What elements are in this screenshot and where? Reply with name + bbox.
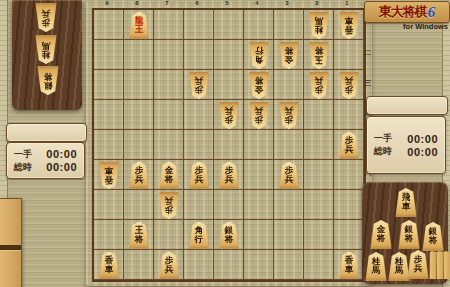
tatami-background: 龍王桂馬香車角行金将玉将歩兵金将歩兵歩兵歩兵歩兵歩兵歩兵香車歩兵金将歩兵歩兵歩兵… [0,0,450,287]
square-3-9[interactable] [274,250,304,280]
square-3-5[interactable] [274,130,304,160]
piece-box [0,198,22,287]
board-grid: 龍王桂馬香車角行金将玉将歩兵金将歩兵歩兵歩兵歩兵歩兵歩兵香車歩兵金将歩兵歩兵歩兵… [92,8,366,282]
square-8-2[interactable] [124,40,154,70]
move-time-label: 一手 [14,148,32,161]
app-logo-plaque: 東大将棋 6 [364,1,450,23]
file-label-5: 5 [212,0,242,7]
square-6-7[interactable] [184,190,214,220]
piece-kanji: 桂馬 [34,42,58,60]
total-time-value: 00:00 [407,146,438,158]
file-label-9: 9 [92,0,122,7]
piece-kanji: 桂馬 [364,257,388,275]
square-5-2[interactable] [214,40,244,70]
piece-kanji: 歩兵 [406,255,430,273]
square-2-6[interactable] [304,160,334,190]
square-2-8[interactable] [304,220,334,250]
square-6-5[interactable] [184,130,214,160]
square-8-9[interactable] [124,250,154,280]
clock-row: 一手 00:00 [14,148,77,161]
square-9-2[interactable] [94,40,124,70]
piece-kanji: 金将 [369,225,393,243]
black-komadai-tray: 飛車金将銀将銀将桂馬桂馬歩兵 [362,182,448,284]
white-player-nameplate [6,123,87,142]
move-time-value: 00:00 [46,148,77,160]
piece-桂馬-white[interactable]: 桂馬 [34,35,58,64]
file-label-2: 2 [302,0,332,7]
square-9-3[interactable] [94,70,124,100]
square-1-6[interactable] [334,160,364,190]
square-1-2[interactable] [334,40,364,70]
square-1-7[interactable] [334,190,364,220]
white-clock-panel: 一手 00:00 総時 00:00 [6,142,85,179]
square-7-5[interactable] [154,130,184,160]
piece-桂馬-black[interactable]: 桂馬 [364,252,388,281]
black-clock-panel: 一手 00:00 総時 00:00 [366,116,446,174]
square-7-8[interactable] [154,220,184,250]
square-8-4[interactable] [124,100,154,130]
square-7-2[interactable] [154,40,184,70]
piece-銀将-black[interactable]: 銀将 [421,222,445,251]
square-3-3[interactable] [274,70,304,100]
square-2-5[interactable] [304,130,334,160]
hand-pawn-sliver [443,251,450,279]
square-3-1[interactable] [274,10,304,40]
piece-kanji: 飛車 [394,193,418,211]
square-2-7[interactable] [304,190,334,220]
clock-row: 一手 00:00 [374,132,438,145]
piece-box-slot [0,245,21,250]
square-9-4[interactable] [94,100,124,130]
square-4-8[interactable] [244,220,274,250]
piece-kanji: 銀将 [421,227,445,245]
piece-銀将-white[interactable]: 銀将 [36,66,60,95]
square-8-5[interactable] [124,130,154,160]
square-9-8[interactable] [94,220,124,250]
piece-金将-black[interactable]: 金将 [369,220,393,249]
square-9-5[interactable] [94,130,124,160]
file-label-1: 1 [332,0,362,7]
square-9-1[interactable] [94,10,124,40]
app-logo-edition: 6 [428,4,436,21]
hand-pawn-fan-x4[interactable]: 歩兵 [406,250,448,279]
piece-kanji: 銀将 [36,73,60,91]
square-6-1[interactable] [184,10,214,40]
file-label-7: 7 [152,0,182,7]
square-8-7[interactable] [124,190,154,220]
piece-銀将-black[interactable]: 銀将 [397,220,421,249]
file-label-4: 4 [242,0,272,7]
square-3-7[interactable] [274,190,304,220]
square-7-3[interactable] [154,70,184,100]
piece-kanji: 銀将 [397,225,421,243]
piece-歩兵-black[interactable]: 歩兵 [406,250,430,279]
square-5-3[interactable] [214,70,244,100]
square-4-7[interactable] [244,190,274,220]
black-player-nameplate [366,96,448,115]
shogi-board: 龍王桂馬香車角行金将玉将歩兵金将歩兵歩兵歩兵歩兵歩兵歩兵香車歩兵金将歩兵歩兵歩兵… [86,1,372,286]
clock-row: 総時 00:00 [14,161,77,174]
move-time-value: 00:00 [407,133,438,145]
square-7-4[interactable] [154,100,184,130]
square-4-5[interactable] [244,130,274,160]
total-time-value: 00:00 [46,161,77,173]
square-5-7[interactable] [214,190,244,220]
move-time-label: 一手 [374,132,392,145]
app-logo-subtitle: for Windows [364,22,448,31]
piece-kanji: 歩兵 [34,10,58,28]
total-time-label: 総時 [14,161,32,174]
hand-pawn-sliver [429,251,437,279]
app-logo-title: 東大将棋 [379,3,427,21]
square-6-9[interactable] [184,250,214,280]
square-5-5[interactable] [214,130,244,160]
file-label-6: 6 [182,0,212,7]
square-8-3[interactable] [124,70,154,100]
file-label-8: 8 [122,0,152,7]
file-label-3: 3 [272,0,302,7]
square-5-1[interactable] [214,10,244,40]
square-4-6[interactable] [244,160,274,190]
square-1-4[interactable] [334,100,364,130]
square-2-4[interactable] [304,100,334,130]
square-6-2[interactable] [184,40,214,70]
square-2-9[interactable] [304,250,334,280]
hand-pawn-sliver [436,251,444,279]
square-6-4[interactable] [184,100,214,130]
piece-歩兵-white[interactable]: 歩兵 [34,3,58,32]
square-1-8[interactable] [334,220,364,250]
square-9-7[interactable] [94,190,124,220]
piece-飛車-black[interactable]: 飛車 [394,188,418,217]
square-4-9[interactable] [244,250,274,280]
white-komadai-tray: 歩兵桂馬銀将 [12,0,82,110]
square-7-1[interactable] [154,10,184,40]
square-5-9[interactable] [214,250,244,280]
rank-label-2: 二 [364,38,372,68]
clock-row: 総時 00:00 [374,145,438,158]
square-3-8[interactable] [274,220,304,250]
rank-label-3: 三 [364,68,372,98]
total-time-label: 総時 [374,145,392,158]
square-4-1[interactable] [244,10,274,40]
